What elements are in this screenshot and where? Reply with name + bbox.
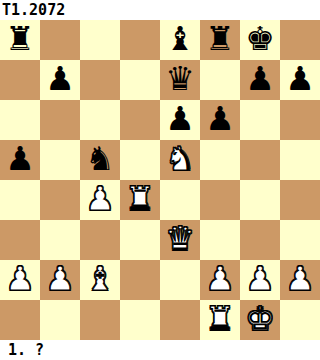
square-f8[interactable]: ♜: [200, 20, 240, 60]
square-f3[interactable]: [200, 220, 240, 260]
square-c7[interactable]: [80, 60, 120, 100]
piece-white-pawn: ♟: [85, 180, 115, 219]
piece-white-king: ♚: [245, 300, 275, 339]
square-g7[interactable]: ♟: [240, 60, 280, 100]
square-a8[interactable]: ♜: [0, 20, 40, 60]
square-d8[interactable]: [120, 20, 160, 60]
piece-white-pawn: ♟: [245, 260, 275, 299]
square-a5[interactable]: ♟: [0, 140, 40, 180]
diagram-title: T1.2072: [0, 0, 65, 20]
piece-white-bishop: ♝: [85, 260, 115, 299]
square-b7[interactable]: ♟: [40, 60, 80, 100]
square-f1[interactable]: ♜: [200, 300, 240, 340]
chess-diagram: T1.2072 ♜♝♜♚♟♛♟♟♟♟♟♞♞♟♜♛♟♟♝♟♟♟♜♚ 1. ?: [0, 0, 320, 360]
piece-black-rook: ♜: [5, 20, 35, 59]
square-g4[interactable]: [240, 180, 280, 220]
square-f5[interactable]: [200, 140, 240, 180]
square-h8[interactable]: [280, 20, 320, 60]
piece-black-pawn: ♟: [245, 60, 275, 99]
square-e5[interactable]: ♞: [160, 140, 200, 180]
square-h6[interactable]: [280, 100, 320, 140]
square-e7[interactable]: ♛: [160, 60, 200, 100]
square-h2[interactable]: ♟: [280, 260, 320, 300]
square-h1[interactable]: [280, 300, 320, 340]
square-b8[interactable]: [40, 20, 80, 60]
piece-black-pawn: ♟: [45, 60, 75, 99]
square-b2[interactable]: ♟: [40, 260, 80, 300]
square-c1[interactable]: [80, 300, 120, 340]
square-b6[interactable]: [40, 100, 80, 140]
square-g3[interactable]: [240, 220, 280, 260]
square-d5[interactable]: [120, 140, 160, 180]
title-bar: T1.2072: [0, 0, 320, 20]
piece-white-knight: ♞: [165, 140, 195, 179]
piece-black-king: ♚: [245, 20, 275, 59]
move-bar: 1. ?: [0, 340, 320, 360]
piece-white-rook: ♜: [205, 300, 235, 339]
square-d2[interactable]: [120, 260, 160, 300]
square-g2[interactable]: ♟: [240, 260, 280, 300]
square-g6[interactable]: [240, 100, 280, 140]
square-e1[interactable]: [160, 300, 200, 340]
piece-black-knight: ♞: [85, 140, 115, 179]
square-c6[interactable]: [80, 100, 120, 140]
piece-white-rook: ♜: [125, 180, 155, 219]
move-prompt: 1. ?: [0, 340, 44, 360]
square-g8[interactable]: ♚: [240, 20, 280, 60]
piece-black-bishop: ♝: [165, 20, 195, 59]
square-g1[interactable]: ♚: [240, 300, 280, 340]
square-e6[interactable]: ♟: [160, 100, 200, 140]
square-b3[interactable]: [40, 220, 80, 260]
square-a7[interactable]: [0, 60, 40, 100]
square-b5[interactable]: [40, 140, 80, 180]
square-e2[interactable]: [160, 260, 200, 300]
square-f4[interactable]: [200, 180, 240, 220]
piece-black-rook: ♜: [205, 20, 235, 59]
square-g5[interactable]: [240, 140, 280, 180]
square-d7[interactable]: [120, 60, 160, 100]
square-c2[interactable]: ♝: [80, 260, 120, 300]
square-e8[interactable]: ♝: [160, 20, 200, 60]
square-c8[interactable]: [80, 20, 120, 60]
square-b4[interactable]: [40, 180, 80, 220]
piece-white-pawn: ♟: [285, 260, 315, 299]
square-e3[interactable]: ♛: [160, 220, 200, 260]
square-h5[interactable]: [280, 140, 320, 180]
square-h4[interactable]: [280, 180, 320, 220]
square-e4[interactable]: [160, 180, 200, 220]
piece-white-queen: ♛: [165, 220, 195, 259]
piece-white-pawn: ♟: [205, 260, 235, 299]
piece-black-pawn: ♟: [285, 60, 315, 99]
square-c5[interactable]: ♞: [80, 140, 120, 180]
square-f7[interactable]: [200, 60, 240, 100]
square-b1[interactable]: [40, 300, 80, 340]
square-d4[interactable]: ♜: [120, 180, 160, 220]
piece-black-pawn: ♟: [205, 100, 235, 139]
piece-white-pawn: ♟: [5, 260, 35, 299]
piece-white-pawn: ♟: [45, 260, 75, 299]
square-d6[interactable]: [120, 100, 160, 140]
square-a4[interactable]: [0, 180, 40, 220]
square-a1[interactable]: [0, 300, 40, 340]
square-d3[interactable]: [120, 220, 160, 260]
square-f6[interactable]: ♟: [200, 100, 240, 140]
square-h3[interactable]: [280, 220, 320, 260]
square-h7[interactable]: ♟: [280, 60, 320, 100]
piece-black-pawn: ♟: [5, 140, 35, 179]
square-c3[interactable]: [80, 220, 120, 260]
square-a6[interactable]: [0, 100, 40, 140]
square-f2[interactable]: ♟: [200, 260, 240, 300]
square-c4[interactable]: ♟: [80, 180, 120, 220]
chess-board: ♜♝♜♚♟♛♟♟♟♟♟♞♞♟♜♛♟♟♝♟♟♟♜♚: [0, 20, 320, 340]
piece-black-pawn: ♟: [165, 100, 195, 139]
square-a3[interactable]: [0, 220, 40, 260]
square-a2[interactable]: ♟: [0, 260, 40, 300]
piece-black-queen: ♛: [165, 60, 195, 99]
square-d1[interactable]: [120, 300, 160, 340]
